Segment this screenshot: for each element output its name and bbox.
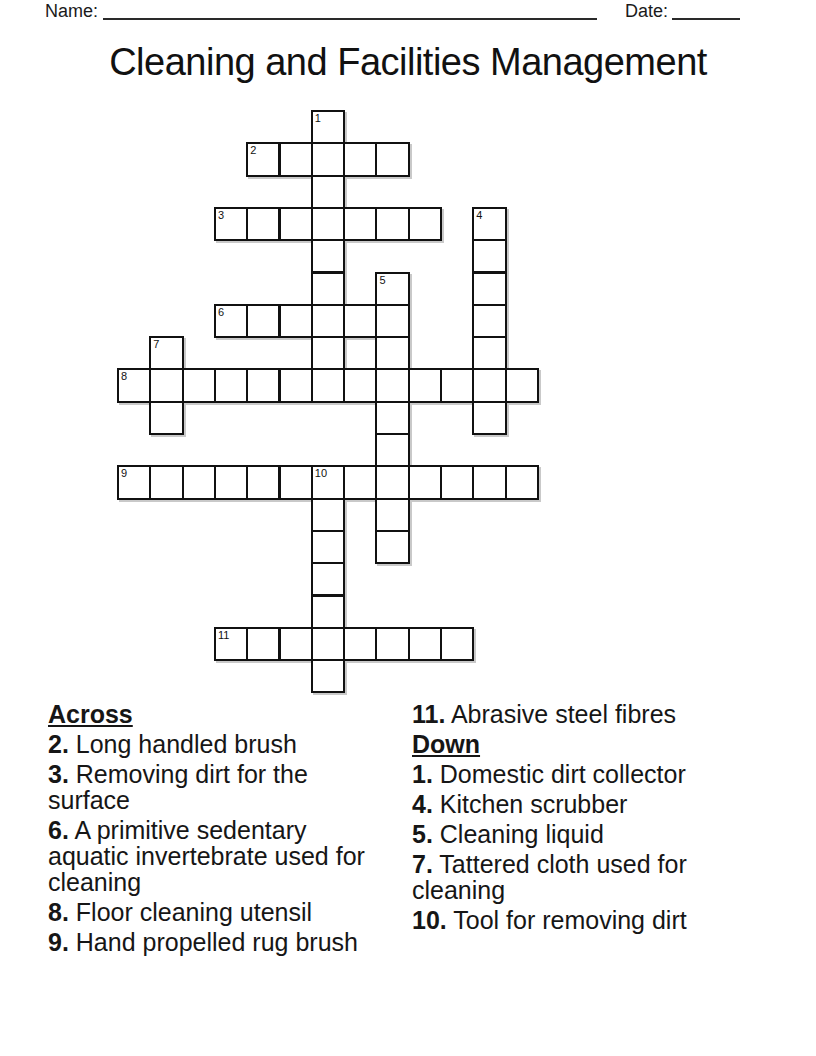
clue-text-8: Floor cleaning utensil — [69, 898, 312, 926]
grid-cell-r16c10[interactable] — [440, 627, 474, 661]
clue-text-2: Long handled brush — [69, 730, 297, 758]
clue-1: 1. Domestic dirt collector — [412, 761, 744, 787]
clue-text-10: Tool for removing dirt — [447, 906, 687, 934]
grid-cell-r3c5[interactable] — [279, 207, 313, 241]
grid-cell-r12c6[interactable] — [311, 498, 345, 532]
grid-cell-r12c8[interactable] — [375, 498, 409, 532]
grid-cell-r8c7[interactable] — [343, 368, 377, 402]
grid-cell-r11c4[interactable] — [246, 465, 280, 499]
grid-cell-r5c8[interactable]: 5 — [375, 272, 409, 306]
date-label: Date: — [625, 1, 668, 22]
cell-number-10: 10 — [315, 467, 327, 480]
name-fill-line[interactable] — [103, 2, 597, 20]
clue-number-7: 7. — [412, 850, 433, 878]
cell-number-6: 6 — [218, 306, 224, 319]
grid-cell-r6c3[interactable]: 6 — [214, 304, 248, 338]
grid-cell-r16c7[interactable] — [343, 627, 377, 661]
grid-cell-r17c6[interactable] — [311, 659, 345, 693]
cell-number-4: 4 — [476, 209, 482, 222]
clue-number-1: 1. — [412, 760, 433, 788]
clue-number-3: 3. — [48, 760, 69, 788]
clue-text-7: Tattered cloth used for cleaning — [412, 850, 687, 904]
clue-text-4: Kitchen scrubber — [433, 790, 628, 818]
cell-number-7: 7 — [153, 338, 159, 351]
cell-number-8: 8 — [121, 370, 127, 383]
cell-number-3: 3 — [218, 209, 224, 222]
clue-8: 8. Floor cleaning utensil — [48, 899, 382, 925]
grid-cell-r16c3[interactable]: 11 — [214, 627, 248, 661]
grid-cell-r11c5[interactable] — [279, 465, 313, 499]
grid-cell-r8c0[interactable]: 8 — [117, 368, 151, 402]
clue-2: 2. Long handled brush — [48, 731, 382, 757]
grid-cell-r11c11[interactable] — [472, 465, 506, 499]
grid-cell-r6c4[interactable] — [246, 304, 280, 338]
grid-cell-r8c3[interactable] — [214, 368, 248, 402]
grid-cell-r11c7[interactable] — [343, 465, 377, 499]
grid-cell-r13c8[interactable] — [375, 530, 409, 564]
grid-cell-r5c11[interactable] — [472, 272, 506, 306]
clue-number-11: 11. — [412, 700, 445, 728]
cell-number-2: 2 — [250, 144, 256, 157]
grid-cell-r6c8[interactable] — [375, 304, 409, 338]
grid-cell-r8c6[interactable] — [311, 368, 345, 402]
clue-number-5: 5. — [412, 820, 433, 848]
clue-4: 4. Kitchen scrubber — [412, 791, 744, 817]
clue-text-6: A primitive sedentary aquatic invertebra… — [48, 816, 365, 896]
grid-cell-r1c5[interactable] — [279, 142, 313, 176]
clues-heading-across: Across — [48, 701, 382, 727]
grid-cell-r3c6[interactable] — [311, 207, 345, 241]
clue-9: 9. Hand propelled rug brush — [48, 929, 382, 955]
grid-cell-r0c6[interactable]: 1 — [311, 110, 345, 144]
grid-cell-r8c1[interactable] — [149, 368, 183, 402]
puzzle-title: Cleaning and Facilities Management — [0, 41, 816, 84]
grid-cell-r16c9[interactable] — [408, 627, 442, 661]
grid-cell-r7c11[interactable] — [472, 336, 506, 370]
grid-cell-r10c8[interactable] — [375, 433, 409, 467]
grid-cell-r3c9[interactable] — [408, 207, 442, 241]
cell-number-1: 1 — [315, 112, 321, 125]
clue-text-11: Abrasive steel fibres — [445, 700, 676, 728]
grid-cell-r6c5[interactable] — [279, 304, 313, 338]
date-fill-line[interactable] — [672, 2, 740, 20]
grid-cell-r11c6[interactable]: 10 — [311, 465, 345, 499]
grid-cell-r8c4[interactable] — [246, 368, 280, 402]
grid-cell-r1c4[interactable]: 2 — [246, 142, 280, 176]
grid-cell-r4c11[interactable] — [472, 239, 506, 273]
clue-number-6: 6. — [48, 816, 69, 844]
grid-cell-r7c6[interactable] — [311, 336, 345, 370]
grid-cell-r6c6[interactable] — [311, 304, 345, 338]
name-label: Name: — [45, 1, 98, 22]
clue-number-10: 10. — [412, 906, 447, 934]
grid-cell-r16c5[interactable] — [279, 627, 313, 661]
clue-number-4: 4. — [412, 790, 433, 818]
grid-cell-r11c12[interactable] — [505, 465, 539, 499]
grid-cell-r8c5[interactable] — [279, 368, 313, 402]
clue-3: 3. Removing dirt for the surface — [48, 761, 382, 813]
clue-number-9: 9. — [48, 928, 69, 956]
clues-right-column: 11. Abrasive steel fibresDown1. Domestic… — [412, 701, 744, 937]
grid-cell-r8c9[interactable] — [408, 368, 442, 402]
grid-cell-r11c3[interactable] — [214, 465, 248, 499]
grid-cell-r4c6[interactable] — [311, 239, 345, 273]
grid-cell-r1c8[interactable] — [375, 142, 409, 176]
clue-number-8: 8. — [48, 898, 69, 926]
grid-cell-r8c10[interactable] — [440, 368, 474, 402]
grid-cell-r7c8[interactable] — [375, 336, 409, 370]
grid-cell-r1c7[interactable] — [343, 142, 377, 176]
grid-cell-r15c6[interactable] — [311, 595, 345, 629]
clues-heading-down: Down — [412, 731, 744, 757]
grid-cell-r8c8[interactable] — [375, 368, 409, 402]
grid-cell-r3c3[interactable]: 3 — [214, 207, 248, 241]
cell-number-5: 5 — [379, 274, 385, 287]
grid-cell-r16c6[interactable] — [311, 627, 345, 661]
grid-cell-r1c6[interactable] — [311, 142, 345, 176]
grid-cell-r8c2[interactable] — [182, 368, 216, 402]
grid-cell-r11c8[interactable] — [375, 465, 409, 499]
crossword-grid: 1234567891011 — [117, 110, 540, 694]
grid-cell-r2c6[interactable] — [311, 175, 345, 209]
clue-7: 7. Tattered cloth used for cleaning — [412, 851, 744, 903]
clue-11: 11. Abrasive steel fibres — [412, 701, 744, 727]
cell-number-11: 11 — [218, 629, 229, 642]
clue-text-3: Removing dirt for the surface — [48, 760, 308, 814]
grid-cell-r5c6[interactable] — [311, 272, 345, 306]
grid-cell-r3c4[interactable] — [246, 207, 280, 241]
clues-left-column: Across2. Long handled brush3. Removing d… — [48, 701, 382, 959]
grid-cell-r11c2[interactable] — [182, 465, 216, 499]
clue-10: 10. Tool for removing dirt — [412, 907, 744, 933]
grid-cell-r9c1[interactable] — [149, 401, 183, 435]
grid-cell-r3c7[interactable] — [343, 207, 377, 241]
cell-number-9: 9 — [121, 467, 127, 480]
grid-cell-r16c8[interactable] — [375, 627, 409, 661]
clue-6: 6. A primitive sedentary aquatic inverte… — [48, 817, 382, 895]
grid-cell-r16c4[interactable] — [246, 627, 280, 661]
clue-text-9: Hand propelled rug brush — [69, 928, 358, 956]
grid-cell-r3c11[interactable]: 4 — [472, 207, 506, 241]
clue-text-1: Domestic dirt collector — [433, 760, 686, 788]
grid-cell-r9c8[interactable] — [375, 401, 409, 435]
grid-cell-r6c11[interactable] — [472, 304, 506, 338]
clue-number-2: 2. — [48, 730, 69, 758]
grid-cell-r9c11[interactable] — [472, 401, 506, 435]
grid-cell-r3c8[interactable] — [375, 207, 409, 241]
grid-cell-r11c9[interactable] — [408, 465, 442, 499]
grid-cell-r11c1[interactable] — [149, 465, 183, 499]
grid-cell-r7c1[interactable]: 7 — [149, 336, 183, 370]
grid-cell-r6c7[interactable] — [343, 304, 377, 338]
grid-cell-r11c0[interactable]: 9 — [117, 465, 151, 499]
grid-cell-r8c11[interactable] — [472, 368, 506, 402]
grid-cell-r14c6[interactable] — [311, 562, 345, 596]
clue-5: 5. Cleaning liquid — [412, 821, 744, 847]
grid-cell-r13c6[interactable] — [311, 530, 345, 564]
grid-cell-r11c10[interactable] — [440, 465, 474, 499]
grid-cell-r8c12[interactable] — [505, 368, 539, 402]
clue-text-5: Cleaning liquid — [433, 820, 604, 848]
